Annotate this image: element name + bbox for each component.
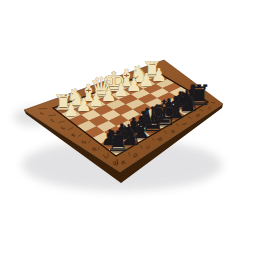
piece-black-rook-a8[interactable]: ♜ bbox=[105, 125, 130, 158]
chessboard-photo: 12345678abcdefgh♜♟♞♟♝♟♚♛♟♝♟♟♜♞♟♟♜♟♞♟♟♝♟♚… bbox=[0, 0, 256, 256]
board-svg: 12345678abcdefgh♜♟♞♟♝♟♚♛♟♝♟♟♜♞♟♟♜♟♞♟♟♝♟♚… bbox=[0, 0, 256, 256]
piece-white-pawn-a2[interactable]: ♟ bbox=[63, 99, 79, 120]
